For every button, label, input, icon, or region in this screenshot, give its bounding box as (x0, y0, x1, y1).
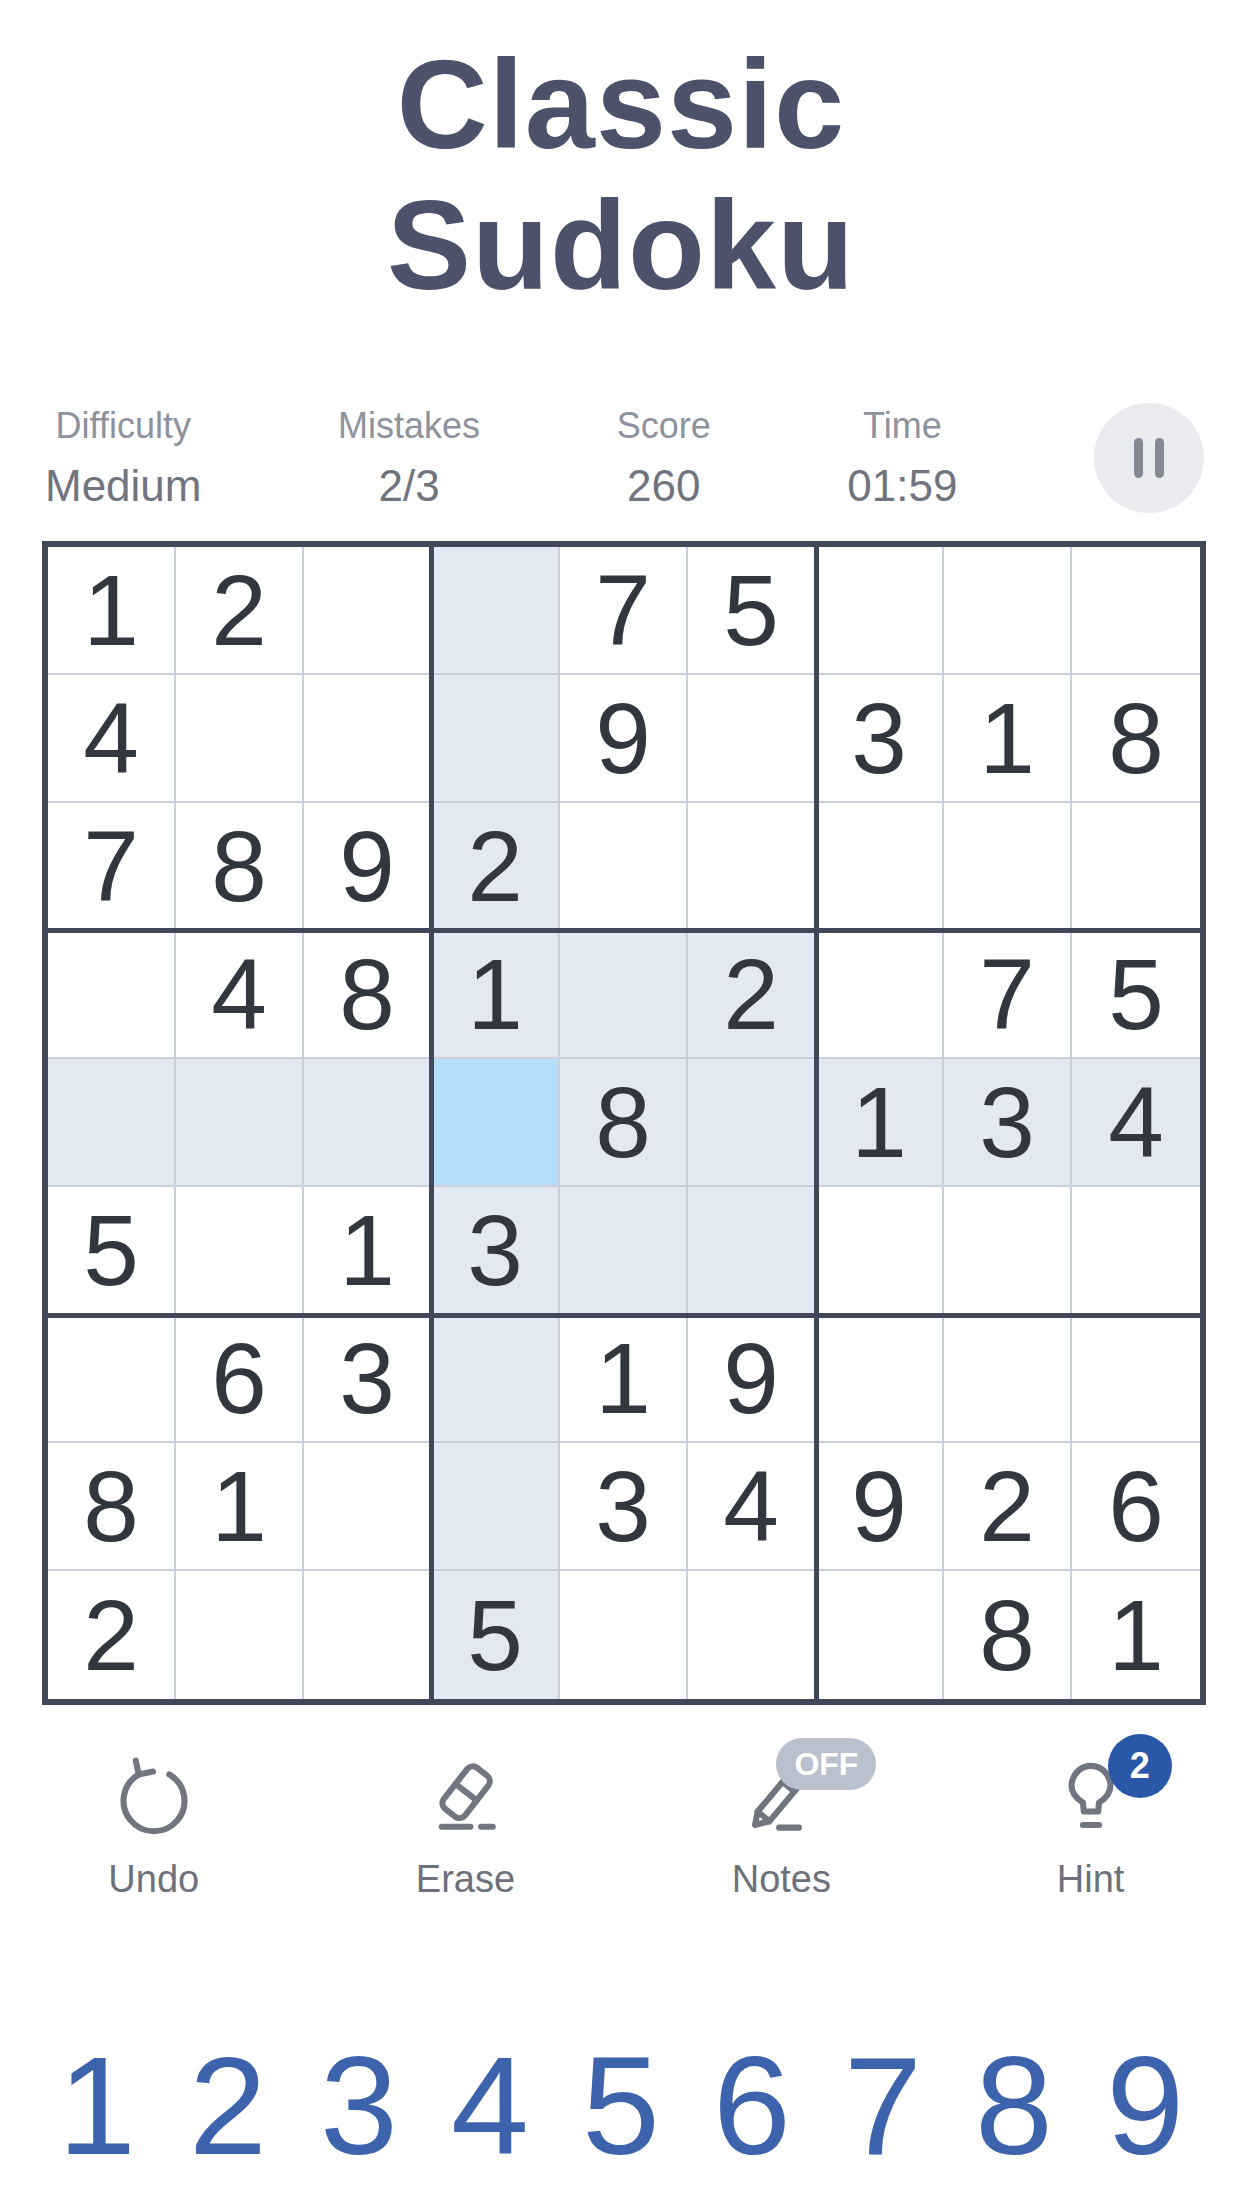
cell-r2c7[interactable]: 3 (816, 675, 944, 803)
cell-r6c1[interactable]: 5 (48, 1187, 176, 1315)
cell-r9c2[interactable] (176, 1571, 304, 1699)
hint-button[interactable]: 2 Hint (1048, 1756, 1134, 1901)
erase-label: Erase (416, 1858, 515, 1901)
cell-r9c9[interactable]: 1 (1072, 1571, 1200, 1699)
cell-r3c3[interactable]: 9 (304, 803, 432, 931)
cell-r7c1[interactable] (48, 1315, 176, 1443)
stat-mistakes: Mistakes 2/3 (338, 405, 480, 511)
app: { "game": "sudoku", "position": "12..75.… (0, 0, 1242, 2208)
numpad-5[interactable]: 5 (582, 2036, 660, 2176)
time-label: Time (863, 405, 942, 447)
cell-r3c7[interactable] (816, 803, 944, 931)
cell-r4c5[interactable] (560, 931, 688, 1059)
cell-r9c5[interactable] (560, 1571, 688, 1699)
numpad-6[interactable]: 6 (713, 2036, 791, 2176)
notes-label: Notes (732, 1858, 831, 1901)
time-value: 01:59 (847, 461, 957, 511)
cell-r5c7[interactable]: 1 (816, 1059, 944, 1187)
undo-icon (111, 1756, 197, 1842)
cell-r8c2[interactable]: 1 (176, 1443, 304, 1571)
notes-button[interactable]: OFF Notes (732, 1756, 831, 1901)
stat-time: Time 01:59 (847, 405, 957, 511)
cell-r3c5[interactable] (560, 803, 688, 931)
cell-r4c4[interactable]: 1 (432, 931, 560, 1059)
cell-r8c1[interactable]: 8 (48, 1443, 176, 1571)
cell-r7c4[interactable] (432, 1315, 560, 1443)
cell-r5c9[interactable]: 4 (1072, 1059, 1200, 1187)
cell-r4c9[interactable]: 5 (1072, 931, 1200, 1059)
title-line-1: Classic (0, 34, 1242, 175)
cell-r6c5[interactable] (560, 1187, 688, 1315)
cell-r7c7[interactable] (816, 1315, 944, 1443)
cell-r5c8[interactable]: 3 (944, 1059, 1072, 1187)
numpad-9[interactable]: 9 (1106, 2036, 1184, 2176)
sudoku-board: 1275493187892481275813451363198134926258… (42, 541, 1206, 1705)
cell-r2c9[interactable]: 8 (1072, 675, 1200, 803)
undo-label: Undo (108, 1858, 199, 1901)
cell-r3c9[interactable] (1072, 803, 1200, 931)
cell-r7c5[interactable]: 1 (560, 1315, 688, 1443)
score-label: Score (617, 405, 711, 447)
cell-r9c8[interactable]: 8 (944, 1571, 1072, 1699)
cell-r8c5[interactable]: 3 (560, 1443, 688, 1571)
cell-r4c2[interactable]: 4 (176, 931, 304, 1059)
cell-r5c5[interactable]: 8 (560, 1059, 688, 1187)
cell-r8c8[interactable]: 2 (944, 1443, 1072, 1571)
cell-r2c1[interactable]: 4 (48, 675, 176, 803)
toolbar: Undo Erase OFF Notes (0, 1756, 1242, 1901)
cell-r6c2[interactable] (176, 1187, 304, 1315)
cell-r2c2[interactable] (176, 675, 304, 803)
stat-difficulty: Difficulty Medium (45, 405, 202, 511)
lightbulb-icon: 2 (1048, 1756, 1134, 1842)
erase-button[interactable]: Erase (416, 1756, 515, 1901)
cell-r7c2[interactable]: 6 (176, 1315, 304, 1443)
cell-r9c6[interactable] (688, 1571, 816, 1699)
cell-r1c9[interactable] (1072, 547, 1200, 675)
score-value: 260 (627, 461, 700, 511)
cell-r4c1[interactable] (48, 931, 176, 1059)
number-pad: 1 2 3 4 5 6 7 8 9 (58, 2036, 1184, 2176)
numpad-3[interactable]: 3 (320, 2036, 398, 2176)
title-line-2: Sudoku (0, 175, 1242, 316)
difficulty-label: Difficulty (56, 405, 191, 447)
cell-r1c7[interactable] (816, 547, 944, 675)
pause-icon (1155, 438, 1164, 478)
cell-r8c3[interactable] (304, 1443, 432, 1571)
hint-count-badge: 2 (1108, 1734, 1172, 1798)
cell-r9c1[interactable]: 2 (48, 1571, 176, 1699)
cell-r8c6[interactable]: 4 (688, 1443, 816, 1571)
hint-label: Hint (1057, 1858, 1125, 1901)
cell-r5c1[interactable] (48, 1059, 176, 1187)
cell-r6c6[interactable] (688, 1187, 816, 1315)
cell-r3c1[interactable]: 7 (48, 803, 176, 931)
cell-r2c6[interactable] (688, 675, 816, 803)
cell-r7c6[interactable]: 9 (688, 1315, 816, 1443)
cell-r4c3[interactable]: 8 (304, 931, 432, 1059)
stats-bar: Difficulty Medium Mistakes 2/3 Score 260… (45, 400, 1204, 516)
pause-button[interactable] (1094, 403, 1204, 513)
numpad-8[interactable]: 8 (975, 2036, 1053, 2176)
cell-r3c4[interactable]: 2 (432, 803, 560, 931)
cell-r9c7[interactable] (816, 1571, 944, 1699)
cell-r5c3[interactable] (304, 1059, 432, 1187)
cell-r1c1[interactable]: 1 (48, 547, 176, 675)
cell-r1c4[interactable] (432, 547, 560, 675)
cell-r5c2[interactable] (176, 1059, 304, 1187)
cell-r2c4[interactable] (432, 675, 560, 803)
cell-r6c8[interactable] (944, 1187, 1072, 1315)
notes-off-badge: OFF (776, 1738, 876, 1790)
cell-r6c9[interactable] (1072, 1187, 1200, 1315)
cell-r2c8[interactable]: 1 (944, 675, 1072, 803)
cell-r4c8[interactable]: 7 (944, 931, 1072, 1059)
cell-r4c7[interactable] (816, 931, 944, 1059)
cell-r1c8[interactable] (944, 547, 1072, 675)
cell-r1c5[interactable]: 7 (560, 547, 688, 675)
cell-r3c8[interactable] (944, 803, 1072, 931)
cell-r1c3[interactable] (304, 547, 432, 675)
mistakes-value: 2/3 (379, 461, 440, 511)
mistakes-label: Mistakes (338, 405, 480, 447)
cell-r6c7[interactable] (816, 1187, 944, 1315)
cell-r2c5[interactable]: 9 (560, 675, 688, 803)
cell-r7c9[interactable] (1072, 1315, 1200, 1443)
cell-r8c9[interactable]: 6 (1072, 1443, 1200, 1571)
cell-r6c4[interactable]: 3 (432, 1187, 560, 1315)
numpad-2[interactable]: 2 (189, 2036, 267, 2176)
difficulty-value: Medium (45, 461, 202, 511)
page-title: Classic Sudoku (0, 34, 1242, 316)
cell-r2c3[interactable] (304, 675, 432, 803)
cell-r4c6[interactable]: 2 (688, 931, 816, 1059)
cell-r1c6[interactable]: 5 (688, 547, 816, 675)
numpad-4[interactable]: 4 (451, 2036, 529, 2176)
numpad-1[interactable]: 1 (58, 2036, 136, 2176)
cell-r8c7[interactable]: 9 (816, 1443, 944, 1571)
stat-score: Score 260 (617, 405, 711, 511)
cell-r7c8[interactable] (944, 1315, 1072, 1443)
numpad-7[interactable]: 7 (844, 2036, 922, 2176)
pencil-icon: OFF (738, 1756, 824, 1842)
cell-r8c4[interactable] (432, 1443, 560, 1571)
cell-r1c2[interactable]: 2 (176, 547, 304, 675)
pause-icon (1134, 438, 1143, 478)
cell-r5c4[interactable] (432, 1059, 560, 1187)
eraser-icon (422, 1756, 508, 1842)
undo-button[interactable]: Undo (108, 1756, 199, 1901)
cell-r9c3[interactable] (304, 1571, 432, 1699)
cell-r6c3[interactable]: 1 (304, 1187, 432, 1315)
cell-r7c3[interactable]: 3 (304, 1315, 432, 1443)
cell-r9c4[interactable]: 5 (432, 1571, 560, 1699)
cell-r3c2[interactable]: 8 (176, 803, 304, 931)
cell-r3c6[interactable] (688, 803, 816, 931)
cell-r5c6[interactable] (688, 1059, 816, 1187)
